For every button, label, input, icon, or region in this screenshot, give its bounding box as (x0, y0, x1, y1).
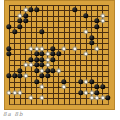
hoshi-point (25, 86, 27, 88)
white-stone (100, 95, 105, 100)
white-stone (23, 73, 28, 78)
white-stone (39, 68, 44, 73)
black-stone (89, 40, 94, 45)
hoshi-point (58, 20, 60, 22)
black-stone (83, 13, 88, 18)
diagram-caption: 8a 8b (3, 110, 24, 118)
black-stone (100, 84, 105, 89)
black-stone (94, 24, 99, 29)
hoshi-point (91, 20, 93, 22)
white-stone (83, 29, 88, 34)
go-board[interactable] (4, 0, 115, 110)
white-stone (100, 18, 105, 23)
white-stone (56, 68, 61, 73)
white-stone (28, 95, 33, 100)
white-stone (83, 79, 88, 84)
black-stone (39, 29, 44, 34)
white-stone (94, 46, 99, 51)
white-stone (28, 62, 33, 67)
white-stone (39, 46, 44, 51)
hoshi-point (91, 53, 93, 55)
black-stone (17, 24, 22, 29)
hoshi-point (58, 86, 60, 88)
black-stone (56, 51, 61, 56)
white-stone (23, 7, 28, 12)
white-stone (17, 90, 22, 95)
white-stone (39, 84, 44, 89)
white-stone (61, 84, 66, 89)
black-stone (105, 95, 110, 100)
hoshi-point (91, 86, 93, 88)
black-stone (23, 18, 28, 23)
black-stone (6, 51, 11, 56)
black-stone (50, 57, 55, 62)
white-stone (39, 95, 44, 100)
white-stone (72, 46, 77, 51)
white-stone (45, 62, 50, 67)
white-stone (61, 46, 66, 51)
hoshi-point (25, 53, 27, 55)
black-stone (72, 7, 77, 12)
white-stone (17, 13, 22, 18)
black-stone (34, 7, 39, 12)
black-stone (89, 79, 94, 84)
black-stone (34, 79, 39, 84)
black-stone (6, 24, 11, 29)
black-stone (12, 29, 17, 34)
board-grid-lines (9, 5, 109, 105)
white-stone (83, 51, 88, 56)
black-stone (45, 73, 50, 78)
